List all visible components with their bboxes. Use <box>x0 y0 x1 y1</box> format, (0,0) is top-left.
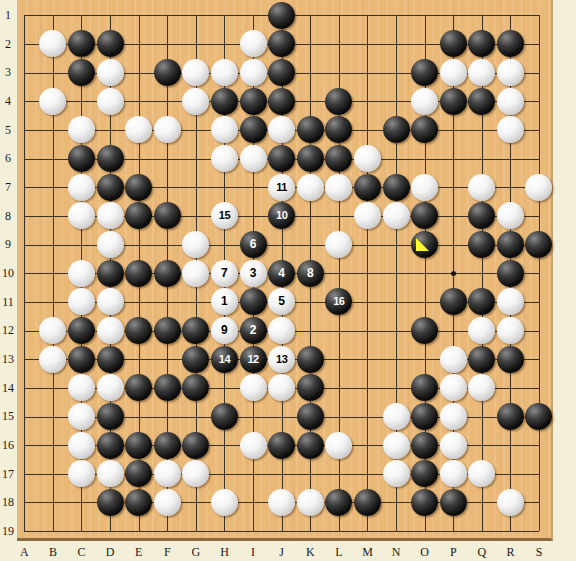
board-intersection-G19[interactable] <box>182 517 211 546</box>
board-intersection-F19[interactable] <box>153 517 182 546</box>
board-intersection-S10[interactable] <box>525 259 554 288</box>
board-intersection-M17[interactable] <box>353 460 382 489</box>
board-intersection-P3[interactable] <box>439 58 468 87</box>
board-intersection-N5[interactable] <box>382 116 411 145</box>
board-intersection-I17[interactable] <box>239 460 268 489</box>
board-intersection-P14[interactable] <box>439 374 468 403</box>
board-intersection-N8[interactable] <box>382 202 411 231</box>
board-intersection-K16[interactable] <box>296 431 325 460</box>
board-intersection-B14[interactable] <box>39 374 68 403</box>
board-intersection-M13[interactable] <box>353 345 382 374</box>
board-intersection-S5[interactable] <box>525 116 554 145</box>
board-intersection-B5[interactable] <box>39 116 68 145</box>
board-intersection-F1[interactable] <box>153 1 182 30</box>
board-intersection-G10[interactable] <box>182 259 211 288</box>
board-intersection-H1[interactable] <box>210 1 239 30</box>
board-intersection-G3[interactable] <box>182 58 211 87</box>
board-intersection-I10[interactable]: 3 <box>239 259 268 288</box>
board-intersection-R3[interactable] <box>496 58 525 87</box>
board-intersection-N10[interactable] <box>382 259 411 288</box>
board-intersection-O19[interactable] <box>410 517 439 546</box>
board-intersection-E18[interactable] <box>124 488 153 517</box>
board-intersection-E8[interactable] <box>124 202 153 231</box>
board-intersection-R8[interactable] <box>496 202 525 231</box>
board-intersection-P18[interactable] <box>439 488 468 517</box>
board-intersection-B17[interactable] <box>39 460 68 489</box>
board-intersection-Q12[interactable] <box>468 316 497 345</box>
board-intersection-E15[interactable] <box>124 402 153 431</box>
board-intersection-R1[interactable] <box>496 1 525 30</box>
board-intersection-K11[interactable] <box>296 288 325 317</box>
board-intersection-J17[interactable] <box>267 460 296 489</box>
board-intersection-O11[interactable] <box>410 288 439 317</box>
board-intersection-D3[interactable] <box>96 58 125 87</box>
board-intersection-I3[interactable] <box>239 58 268 87</box>
board-intersection-L8[interactable] <box>325 202 354 231</box>
board-intersection-Q1[interactable] <box>468 1 497 30</box>
board-intersection-N1[interactable] <box>382 1 411 30</box>
board-intersection-B16[interactable] <box>39 431 68 460</box>
board-intersection-M4[interactable] <box>353 87 382 116</box>
board-intersection-B18[interactable] <box>39 488 68 517</box>
board-intersection-M18[interactable] <box>353 488 382 517</box>
board-intersection-M16[interactable] <box>353 431 382 460</box>
board-intersection-O2[interactable] <box>410 30 439 59</box>
board-intersection-R18[interactable] <box>496 488 525 517</box>
board-intersection-E16[interactable] <box>124 431 153 460</box>
board-intersection-O3[interactable] <box>410 58 439 87</box>
board-intersection-J16[interactable] <box>267 431 296 460</box>
board-intersection-N3[interactable] <box>382 58 411 87</box>
board-intersection-E6[interactable] <box>124 144 153 173</box>
board-intersection-K4[interactable] <box>296 87 325 116</box>
board-intersection-C15[interactable] <box>67 402 96 431</box>
board-intersection-R13[interactable] <box>496 345 525 374</box>
board-intersection-Q17[interactable] <box>468 460 497 489</box>
board-intersection-M9[interactable] <box>353 230 382 259</box>
board-intersection-H3[interactable] <box>210 58 239 87</box>
board-intersection-S11[interactable] <box>525 288 554 317</box>
board-intersection-H16[interactable] <box>210 431 239 460</box>
board-intersection-J8[interactable]: 10 <box>267 202 296 231</box>
board-intersection-M8[interactable] <box>353 202 382 231</box>
board-intersection-I13[interactable]: 12 <box>239 345 268 374</box>
board-intersection-P5[interactable] <box>439 116 468 145</box>
board-intersection-L18[interactable] <box>325 488 354 517</box>
board-intersection-G1[interactable] <box>182 1 211 30</box>
board-intersection-F6[interactable] <box>153 144 182 173</box>
board-intersection-D18[interactable] <box>96 488 125 517</box>
board-intersection-K18[interactable] <box>296 488 325 517</box>
board-intersection-C9[interactable] <box>67 230 96 259</box>
board-intersection-K10[interactable]: 8 <box>296 259 325 288</box>
board-intersection-Q8[interactable] <box>468 202 497 231</box>
board-intersection-D11[interactable] <box>96 288 125 317</box>
board-intersection-P17[interactable] <box>439 460 468 489</box>
board-intersection-C2[interactable] <box>67 30 96 59</box>
board-intersection-G12[interactable] <box>182 316 211 345</box>
board-intersection-D6[interactable] <box>96 144 125 173</box>
board-intersection-F7[interactable] <box>153 173 182 202</box>
board-intersection-C12[interactable] <box>67 316 96 345</box>
board-intersection-Q16[interactable] <box>468 431 497 460</box>
board-intersection-F5[interactable] <box>153 116 182 145</box>
board-intersection-B3[interactable] <box>39 58 68 87</box>
board-intersection-K6[interactable] <box>296 144 325 173</box>
board-intersection-C14[interactable] <box>67 374 96 403</box>
board-intersection-L2[interactable] <box>325 30 354 59</box>
board-intersection-R4[interactable] <box>496 87 525 116</box>
board-intersection-O6[interactable] <box>410 144 439 173</box>
board-intersection-O18[interactable] <box>410 488 439 517</box>
board-intersection-P7[interactable] <box>439 173 468 202</box>
board-intersection-S13[interactable] <box>525 345 554 374</box>
board-intersection-S9[interactable] <box>525 230 554 259</box>
board-intersection-C3[interactable] <box>67 58 96 87</box>
board-intersection-R16[interactable] <box>496 431 525 460</box>
board-intersection-R9[interactable] <box>496 230 525 259</box>
board-intersection-R10[interactable] <box>496 259 525 288</box>
board-intersection-K7[interactable] <box>296 173 325 202</box>
board-intersection-C4[interactable] <box>67 87 96 116</box>
board-intersection-D19[interactable] <box>96 517 125 546</box>
board-intersection-F2[interactable] <box>153 30 182 59</box>
board-intersection-D10[interactable] <box>96 259 125 288</box>
board-intersection-K19[interactable] <box>296 517 325 546</box>
board-intersection-S7[interactable] <box>525 173 554 202</box>
board-intersection-H8[interactable]: 15 <box>210 202 239 231</box>
board-intersection-B8[interactable] <box>39 202 68 231</box>
board-intersection-P8[interactable] <box>439 202 468 231</box>
board-intersection-J3[interactable] <box>267 58 296 87</box>
board-intersection-B11[interactable] <box>39 288 68 317</box>
board-intersection-N19[interactable] <box>382 517 411 546</box>
board-intersection-F17[interactable] <box>153 460 182 489</box>
board-intersection-M10[interactable] <box>353 259 382 288</box>
board-intersection-C13[interactable] <box>67 345 96 374</box>
board-intersection-Q10[interactable] <box>468 259 497 288</box>
board-intersection-E3[interactable] <box>124 58 153 87</box>
board-intersection-P4[interactable] <box>439 87 468 116</box>
board-intersection-B10[interactable] <box>39 259 68 288</box>
board-intersection-N2[interactable] <box>382 30 411 59</box>
board-intersection-L5[interactable] <box>325 116 354 145</box>
board-intersection-P16[interactable] <box>439 431 468 460</box>
board-intersection-B15[interactable] <box>39 402 68 431</box>
board-intersection-D1[interactable] <box>96 1 125 30</box>
board-intersection-H14[interactable] <box>210 374 239 403</box>
board-intersection-E10[interactable] <box>124 259 153 288</box>
board-intersection-O8[interactable] <box>410 202 439 231</box>
board-intersection-I16[interactable] <box>239 431 268 460</box>
board-intersection-F14[interactable] <box>153 374 182 403</box>
board-intersection-I9[interactable]: 6 <box>239 230 268 259</box>
board-intersection-K9[interactable] <box>296 230 325 259</box>
board-intersection-E2[interactable] <box>124 30 153 59</box>
board-intersection-H2[interactable] <box>210 30 239 59</box>
board-intersection-K5[interactable] <box>296 116 325 145</box>
board-intersection-R12[interactable] <box>496 316 525 345</box>
board-intersection-J18[interactable] <box>267 488 296 517</box>
board-intersection-L15[interactable] <box>325 402 354 431</box>
board-intersection-F3[interactable] <box>153 58 182 87</box>
board-intersection-M7[interactable] <box>353 173 382 202</box>
board-intersection-Q6[interactable] <box>468 144 497 173</box>
board-intersection-R2[interactable] <box>496 30 525 59</box>
board-intersection-M3[interactable] <box>353 58 382 87</box>
board-intersection-G14[interactable] <box>182 374 211 403</box>
board-intersection-S6[interactable] <box>525 144 554 173</box>
board-intersection-I6[interactable] <box>239 144 268 173</box>
board-intersection-J14[interactable] <box>267 374 296 403</box>
board-intersection-D5[interactable] <box>96 116 125 145</box>
board-intersection-L10[interactable] <box>325 259 354 288</box>
board-intersection-E1[interactable] <box>124 1 153 30</box>
board-intersection-C11[interactable] <box>67 288 96 317</box>
board-intersection-L16[interactable] <box>325 431 354 460</box>
board-intersection-D9[interactable] <box>96 230 125 259</box>
board-intersection-H18[interactable] <box>210 488 239 517</box>
board-intersection-R17[interactable] <box>496 460 525 489</box>
board-intersection-C7[interactable] <box>67 173 96 202</box>
board-intersection-O10[interactable] <box>410 259 439 288</box>
board-intersection-S12[interactable] <box>525 316 554 345</box>
board-intersection-P19[interactable] <box>439 517 468 546</box>
board-intersection-O1[interactable] <box>410 1 439 30</box>
board-intersection-O15[interactable] <box>410 402 439 431</box>
board-intersection-D2[interactable] <box>96 30 125 59</box>
board-intersection-B6[interactable] <box>39 144 68 173</box>
board-intersection-E12[interactable] <box>124 316 153 345</box>
board-intersection-H11[interactable]: 1 <box>210 288 239 317</box>
board-intersection-D13[interactable] <box>96 345 125 374</box>
board-intersection-P15[interactable] <box>439 402 468 431</box>
board-intersection-N14[interactable] <box>382 374 411 403</box>
board-intersection-B1[interactable] <box>39 1 68 30</box>
board-intersection-Q5[interactable] <box>468 116 497 145</box>
board-intersection-R5[interactable] <box>496 116 525 145</box>
board-intersection-P9[interactable] <box>439 230 468 259</box>
board-intersection-E19[interactable] <box>124 517 153 546</box>
board-intersection-J13[interactable]: 13 <box>267 345 296 374</box>
board-intersection-H7[interactable] <box>210 173 239 202</box>
board-intersection-F12[interactable] <box>153 316 182 345</box>
board-intersection-C18[interactable] <box>67 488 96 517</box>
board-intersection-O13[interactable] <box>410 345 439 374</box>
board-intersection-G11[interactable] <box>182 288 211 317</box>
board-intersection-H15[interactable] <box>210 402 239 431</box>
board-intersection-N4[interactable] <box>382 87 411 116</box>
board-intersection-R7[interactable] <box>496 173 525 202</box>
board-intersection-R19[interactable] <box>496 517 525 546</box>
board-intersection-D8[interactable] <box>96 202 125 231</box>
board-intersection-G15[interactable] <box>182 402 211 431</box>
board-intersection-L7[interactable] <box>325 173 354 202</box>
board-intersection-M11[interactable] <box>353 288 382 317</box>
board-intersection-F18[interactable] <box>153 488 182 517</box>
board-intersection-N12[interactable] <box>382 316 411 345</box>
board-intersection-D7[interactable] <box>96 173 125 202</box>
board-intersection-I15[interactable] <box>239 402 268 431</box>
board-intersection-E14[interactable] <box>124 374 153 403</box>
board-intersection-G16[interactable] <box>182 431 211 460</box>
board-intersection-G6[interactable] <box>182 144 211 173</box>
board-intersection-J19[interactable] <box>267 517 296 546</box>
board-intersection-I11[interactable] <box>239 288 268 317</box>
board-intersection-H9[interactable] <box>210 230 239 259</box>
board-intersection-D15[interactable] <box>96 402 125 431</box>
board-intersection-H19[interactable] <box>210 517 239 546</box>
board-intersection-F9[interactable] <box>153 230 182 259</box>
board-intersection-B2[interactable] <box>39 30 68 59</box>
board-intersection-R14[interactable] <box>496 374 525 403</box>
board-intersection-E11[interactable] <box>124 288 153 317</box>
board-intersection-L17[interactable] <box>325 460 354 489</box>
board-intersection-F13[interactable] <box>153 345 182 374</box>
board-intersection-J2[interactable] <box>267 30 296 59</box>
board-intersection-B12[interactable] <box>39 316 68 345</box>
board-intersection-Q11[interactable] <box>468 288 497 317</box>
board-intersection-P6[interactable] <box>439 144 468 173</box>
board-intersection-O4[interactable] <box>410 87 439 116</box>
board-intersection-J7[interactable]: 11 <box>267 173 296 202</box>
board-intersection-D4[interactable] <box>96 87 125 116</box>
board-intersection-C8[interactable] <box>67 202 96 231</box>
board-intersection-S18[interactable] <box>525 488 554 517</box>
board-intersection-S14[interactable] <box>525 374 554 403</box>
board-intersection-P11[interactable] <box>439 288 468 317</box>
board-intersection-E13[interactable] <box>124 345 153 374</box>
board-intersection-J11[interactable]: 5 <box>267 288 296 317</box>
board-intersection-F4[interactable] <box>153 87 182 116</box>
board-intersection-L1[interactable] <box>325 1 354 30</box>
board-intersection-I18[interactable] <box>239 488 268 517</box>
board-intersection-O14[interactable] <box>410 374 439 403</box>
board-intersection-M1[interactable] <box>353 1 382 30</box>
board-intersection-P12[interactable] <box>439 316 468 345</box>
board-intersection-H10[interactable]: 7 <box>210 259 239 288</box>
board-intersection-Q19[interactable] <box>468 517 497 546</box>
board-intersection-G18[interactable] <box>182 488 211 517</box>
board-intersection-J4[interactable] <box>267 87 296 116</box>
board-intersection-K8[interactable] <box>296 202 325 231</box>
board-intersection-M5[interactable] <box>353 116 382 145</box>
board-intersection-B19[interactable] <box>39 517 68 546</box>
board-intersection-Q7[interactable] <box>468 173 497 202</box>
board-intersection-O16[interactable] <box>410 431 439 460</box>
board-intersection-L6[interactable] <box>325 144 354 173</box>
board-intersection-K12[interactable] <box>296 316 325 345</box>
board-intersection-B9[interactable] <box>39 230 68 259</box>
board-intersection-I1[interactable] <box>239 1 268 30</box>
board-intersection-P2[interactable] <box>439 30 468 59</box>
board-intersection-E9[interactable] <box>124 230 153 259</box>
board-intersection-Q13[interactable] <box>468 345 497 374</box>
board-intersection-M2[interactable] <box>353 30 382 59</box>
board-intersection-Q9[interactable] <box>468 230 497 259</box>
board-intersection-B13[interactable] <box>39 345 68 374</box>
board-intersection-N13[interactable] <box>382 345 411 374</box>
board-intersection-G13[interactable] <box>182 345 211 374</box>
board-intersection-D14[interactable] <box>96 374 125 403</box>
board-intersection-H12[interactable]: 9 <box>210 316 239 345</box>
board-intersection-M19[interactable] <box>353 517 382 546</box>
board-intersection-K13[interactable] <box>296 345 325 374</box>
board-intersection-Q14[interactable] <box>468 374 497 403</box>
board-intersection-C10[interactable] <box>67 259 96 288</box>
board-intersection-O7[interactable] <box>410 173 439 202</box>
board-intersection-E4[interactable] <box>124 87 153 116</box>
board-intersection-R11[interactable] <box>496 288 525 317</box>
board-intersection-L11[interactable]: 16 <box>325 288 354 317</box>
board-intersection-L3[interactable] <box>325 58 354 87</box>
board-intersection-I2[interactable] <box>239 30 268 59</box>
board-intersection-C16[interactable] <box>67 431 96 460</box>
board-intersection-E7[interactable] <box>124 173 153 202</box>
board-intersection-B4[interactable] <box>39 87 68 116</box>
board-intersection-M15[interactable] <box>353 402 382 431</box>
board-intersection-S4[interactable] <box>525 87 554 116</box>
board-intersection-R15[interactable] <box>496 402 525 431</box>
board-intersection-C19[interactable] <box>67 517 96 546</box>
board-intersection-E17[interactable] <box>124 460 153 489</box>
board-intersection-S17[interactable] <box>525 460 554 489</box>
board-intersection-P13[interactable] <box>439 345 468 374</box>
board-intersection-I14[interactable] <box>239 374 268 403</box>
board-intersection-C1[interactable] <box>67 1 96 30</box>
board-intersection-F8[interactable] <box>153 202 182 231</box>
board-intersection-L12[interactable] <box>325 316 354 345</box>
board-intersection-N17[interactable] <box>382 460 411 489</box>
board-intersection-H4[interactable] <box>210 87 239 116</box>
board-intersection-L13[interactable] <box>325 345 354 374</box>
board-intersection-O12[interactable] <box>410 316 439 345</box>
board-intersection-N11[interactable] <box>382 288 411 317</box>
board-intersection-S19[interactable] <box>525 517 554 546</box>
board-intersection-L14[interactable] <box>325 374 354 403</box>
board-intersection-O17[interactable] <box>410 460 439 489</box>
board-intersection-R6[interactable] <box>496 144 525 173</box>
board-intersection-Q3[interactable] <box>468 58 497 87</box>
board-intersection-N15[interactable] <box>382 402 411 431</box>
board-intersection-Q18[interactable] <box>468 488 497 517</box>
board-intersection-I5[interactable] <box>239 116 268 145</box>
board-intersection-S15[interactable] <box>525 402 554 431</box>
board-intersection-I19[interactable] <box>239 517 268 546</box>
board-intersection-G9[interactable] <box>182 230 211 259</box>
board-intersection-J9[interactable] <box>267 230 296 259</box>
board-intersection-N16[interactable] <box>382 431 411 460</box>
board-intersection-M12[interactable] <box>353 316 382 345</box>
board-intersection-G8[interactable] <box>182 202 211 231</box>
board-intersection-Q4[interactable] <box>468 87 497 116</box>
board-intersection-G2[interactable] <box>182 30 211 59</box>
board-intersection-C17[interactable] <box>67 460 96 489</box>
board-intersection-D17[interactable] <box>96 460 125 489</box>
board-intersection-H17[interactable] <box>210 460 239 489</box>
board-intersection-J6[interactable] <box>267 144 296 173</box>
board-intersection-I12[interactable]: 2 <box>239 316 268 345</box>
board-intersection-J12[interactable] <box>267 316 296 345</box>
board-intersection-P1[interactable] <box>439 1 468 30</box>
board-intersection-J1[interactable] <box>267 1 296 30</box>
board-intersection-H6[interactable] <box>210 144 239 173</box>
board-intersection-K3[interactable] <box>296 58 325 87</box>
board-intersection-N7[interactable] <box>382 173 411 202</box>
board-intersection-K15[interactable] <box>296 402 325 431</box>
board-intersection-M6[interactable] <box>353 144 382 173</box>
board-intersection-F11[interactable] <box>153 288 182 317</box>
